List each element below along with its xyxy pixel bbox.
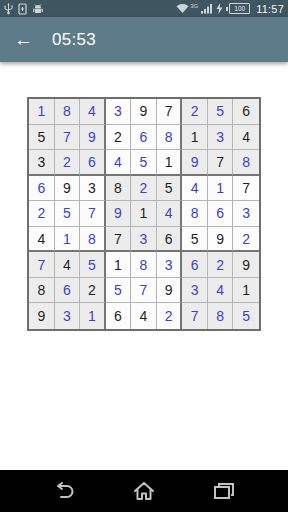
cell-r9c9[interactable]: 5 (233, 303, 259, 329)
usb-icon (4, 3, 13, 15)
cell-r8c1[interactable]: 8 (29, 278, 55, 304)
network-type-label: 3G (190, 3, 198, 9)
cell-r1c6[interactable]: 7 (157, 99, 183, 125)
cell-r8c2[interactable]: 6 (55, 278, 81, 304)
cell-r1c1[interactable]: 1 (29, 99, 55, 125)
cell-r7c5[interactable]: 8 (131, 252, 157, 278)
cell-r4c1[interactable]: 6 (29, 176, 55, 202)
cell-r1c9[interactable]: 6 (233, 99, 259, 125)
cell-r9c5[interactable]: 4 (131, 303, 157, 329)
cell-r4c8[interactable]: 1 (208, 176, 234, 202)
cell-r5c2[interactable]: 5 (55, 201, 81, 227)
cell-r6c5[interactable]: 3 (131, 227, 157, 253)
battery-icon: 100 (226, 3, 250, 14)
cell-r6c7[interactable]: 5 (182, 227, 208, 253)
cell-r6c1[interactable]: 4 (29, 227, 55, 253)
cell-r5c3[interactable]: 7 (80, 201, 106, 227)
cell-r3c6[interactable]: 1 (157, 150, 183, 176)
cell-r6c2[interactable]: 1 (55, 227, 81, 253)
cell-r3c8[interactable]: 7 (208, 150, 234, 176)
cell-r6c3[interactable]: 8 (80, 227, 106, 253)
cell-r2c9[interactable]: 4 (233, 125, 259, 151)
cell-r3c9[interactable]: 8 (233, 150, 259, 176)
recents-nav-icon[interactable] (212, 479, 236, 503)
cell-r2c4[interactable]: 2 (106, 125, 132, 151)
app-bar: ← 05:53 (0, 17, 288, 62)
cell-r2c7[interactable]: 1 (182, 125, 208, 151)
home-nav-icon[interactable] (132, 479, 156, 503)
status-bar: 3G 100 11:57 (0, 0, 288, 17)
cell-r1c4[interactable]: 3 (106, 99, 132, 125)
cell-r7c4[interactable]: 1 (106, 252, 132, 278)
cell-r6c6[interactable]: 6 (157, 227, 183, 253)
sudoku-board: 1843972565792681343264519786938254172579… (27, 97, 261, 331)
signal-bars-icon (201, 3, 213, 14)
cell-r7c9[interactable]: 9 (233, 252, 259, 278)
wifi-icon (176, 3, 189, 14)
cell-r7c2[interactable]: 4 (55, 252, 81, 278)
cell-r3c3[interactable]: 6 (80, 150, 106, 176)
cell-r9c8[interactable]: 8 (208, 303, 234, 329)
cell-r7c1[interactable]: 7 (29, 252, 55, 278)
cell-r9c7[interactable]: 7 (182, 303, 208, 329)
cell-r7c3[interactable]: 5 (80, 252, 106, 278)
back-nav-icon[interactable] (52, 479, 76, 503)
cell-r5c7[interactable]: 8 (182, 201, 208, 227)
cell-r8c7[interactable]: 3 (182, 278, 208, 304)
game-timer: 05:53 (52, 30, 96, 50)
cell-r4c6[interactable]: 5 (157, 176, 183, 202)
cell-r9c1[interactable]: 9 (29, 303, 55, 329)
cell-r3c7[interactable]: 9 (182, 150, 208, 176)
cell-r5c6[interactable]: 4 (157, 201, 183, 227)
battery-level: 100 (229, 3, 250, 14)
cell-r1c7[interactable]: 2 (182, 99, 208, 125)
cell-r4c7[interactable]: 4 (182, 176, 208, 202)
cell-r1c2[interactable]: 8 (55, 99, 81, 125)
cell-r7c7[interactable]: 6 (182, 252, 208, 278)
cell-r2c1[interactable]: 5 (29, 125, 55, 151)
cell-r8c8[interactable]: 4 (208, 278, 234, 304)
cell-r3c4[interactable]: 4 (106, 150, 132, 176)
cell-r8c4[interactable]: 5 (106, 278, 132, 304)
cell-r3c1[interactable]: 3 (29, 150, 55, 176)
charging-bolt-icon (216, 3, 223, 14)
cell-r1c8[interactable]: 5 (208, 99, 234, 125)
cell-r6c8[interactable]: 9 (208, 227, 234, 253)
cell-r4c3[interactable]: 3 (80, 176, 106, 202)
cell-r2c6[interactable]: 8 (157, 125, 183, 151)
status-bar-left (4, 3, 44, 15)
cell-r5c8[interactable]: 6 (208, 201, 234, 227)
cell-r2c8[interactable]: 3 (208, 125, 234, 151)
cell-r7c6[interactable]: 3 (157, 252, 183, 278)
cell-r8c5[interactable]: 7 (131, 278, 157, 304)
cell-r4c9[interactable]: 7 (233, 176, 259, 202)
cell-r5c9[interactable]: 3 (233, 201, 259, 227)
cell-r7c8[interactable]: 2 (208, 252, 234, 278)
back-arrow-icon[interactable]: ← (14, 30, 33, 49)
game-content: 1843972565792681343264519786938254172579… (0, 62, 288, 470)
cell-r9c4[interactable]: 6 (106, 303, 132, 329)
sudoku-app-screen: 3G 100 11:57 (0, 0, 288, 512)
battery-nub (226, 7, 228, 11)
storage-icon (18, 3, 27, 15)
cell-r9c6[interactable]: 2 (157, 303, 183, 329)
cell-r4c5[interactable]: 2 (131, 176, 157, 202)
cell-r9c3[interactable]: 1 (80, 303, 106, 329)
cell-r6c4[interactable]: 7 (106, 227, 132, 253)
cell-r8c9[interactable]: 1 (233, 278, 259, 304)
cell-r4c4[interactable]: 8 (106, 176, 132, 202)
cell-r1c5[interactable]: 9 (131, 99, 157, 125)
cell-r5c5[interactable]: 1 (131, 201, 157, 227)
cell-r1c3[interactable]: 4 (80, 99, 106, 125)
cell-r9c2[interactable]: 3 (55, 303, 81, 329)
cell-r8c6[interactable]: 9 (157, 278, 183, 304)
android-robot-icon (32, 3, 44, 15)
cell-r8c3[interactable]: 2 (80, 278, 106, 304)
status-bar-right: 3G 100 11:57 (176, 3, 284, 15)
cell-r3c2[interactable]: 2 (55, 150, 81, 176)
cell-r2c2[interactable]: 7 (55, 125, 81, 151)
cell-r5c4[interactable]: 9 (106, 201, 132, 227)
cell-r5c1[interactable]: 2 (29, 201, 55, 227)
navigation-bar (0, 470, 288, 512)
cell-r3c5[interactable]: 5 (131, 150, 157, 176)
cell-r2c3[interactable]: 9 (80, 125, 106, 151)
cell-r2c5[interactable]: 6 (131, 125, 157, 151)
status-clock: 11:57 (256, 3, 284, 15)
cell-r6c9[interactable]: 2 (233, 227, 259, 253)
cell-r4c2[interactable]: 9 (55, 176, 81, 202)
